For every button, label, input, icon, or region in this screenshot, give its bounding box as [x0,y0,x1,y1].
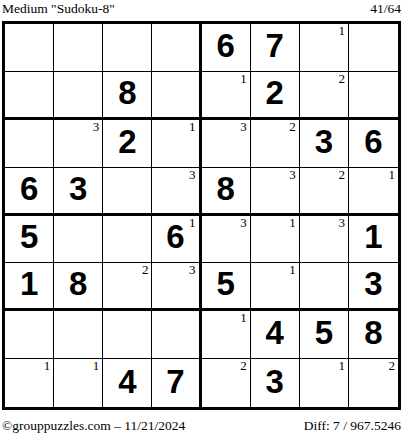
cell-r6c1[interactable]: 1 [5,263,54,311]
given-digit: 3 [364,267,382,300]
cell-r1c1[interactable] [5,24,54,72]
cell-r1c2[interactable] [54,24,103,72]
cell-r5c4[interactable]: 61 [152,216,201,264]
cell-r3c6[interactable]: 2 [251,120,300,168]
corner-mark: 3 [93,120,100,135]
given-digit: 5 [20,220,38,253]
cell-r1c6[interactable]: 7 [251,24,300,72]
page-header: Medium "Sudoku-8" 41/64 [2,1,401,17]
corner-mark: 1 [338,24,345,39]
cell-r1c3[interactable] [103,24,152,72]
corner-mark: 1 [189,216,196,231]
cell-r8c8[interactable]: 2 [349,359,398,407]
given-digit: 4 [266,316,284,349]
cell-r5c5[interactable]: 3 [202,216,251,264]
cell-r5c1[interactable]: 5 [5,216,54,264]
cell-r7c1[interactable] [5,311,54,359]
corner-mark: 3 [240,216,247,231]
cell-r2c8[interactable] [349,72,398,120]
cell-r7c2[interactable] [54,311,103,359]
page-footer: ©grouppuzzles.com – 11/21/2024 Diff: 7 /… [2,418,401,434]
corner-mark: 3 [289,168,296,183]
cell-r4c7[interactable]: 2 [300,168,349,216]
given-digit: 2 [118,125,136,158]
corner-mark: 1 [289,263,296,278]
cell-r2c7[interactable]: 2 [300,72,349,120]
cell-r3c3[interactable]: 2 [103,120,152,168]
cell-r7c6[interactable]: 4 [251,311,300,359]
cell-r5c7[interactable]: 3 [300,216,349,264]
cell-r2c3[interactable]: 8 [103,72,152,120]
cell-r1c5[interactable]: 6 [202,24,251,72]
cell-r4c6[interactable]: 3 [251,168,300,216]
cell-r2c6[interactable]: 2 [251,72,300,120]
cell-r3c8[interactable]: 6 [349,120,398,168]
cell-r8c6[interactable]: 3 [251,359,300,407]
given-digit: 7 [166,365,184,398]
sudoku-grid: 6718122321323663383215613131182351314581… [2,21,401,410]
cell-r6c6[interactable]: 1 [251,263,300,311]
cell-r2c1[interactable] [5,72,54,120]
cell-r3c1[interactable] [5,120,54,168]
given-digit: 5 [216,267,234,300]
given-digit: 6 [364,125,382,158]
cell-r7c4[interactable] [152,311,201,359]
cell-r5c8[interactable]: 1 [349,216,398,264]
cell-r4c4[interactable]: 3 [152,168,201,216]
given-digit: 3 [315,125,333,158]
cell-r4c8[interactable]: 1 [349,168,398,216]
cell-r7c3[interactable] [103,311,152,359]
cell-r6c8[interactable]: 3 [349,263,398,311]
cell-r6c4[interactable]: 3 [152,263,201,311]
corner-mark: 2 [289,120,296,135]
corner-mark: 2 [338,72,345,87]
cell-r3c2[interactable]: 3 [54,120,103,168]
given-digit: 6 [20,172,38,205]
given-digit: 3 [266,365,284,398]
cell-r8c5[interactable]: 2 [202,359,251,407]
given-digit: 8 [118,76,136,109]
corner-mark: 1 [189,120,196,135]
cell-r3c5[interactable]: 3 [202,120,251,168]
cell-r2c5[interactable]: 1 [202,72,251,120]
difficulty-text: Diff: 7 / 967.5246 [304,418,401,434]
corner-mark: 1 [240,72,247,87]
cell-r8c7[interactable]: 1 [300,359,349,407]
cell-r1c7[interactable]: 1 [300,24,349,72]
corner-mark: 2 [142,263,149,278]
cell-r5c6[interactable]: 1 [251,216,300,264]
corner-mark: 2 [389,359,396,374]
cell-r7c8[interactable]: 8 [349,311,398,359]
cell-r6c3[interactable]: 2 [103,263,152,311]
corner-mark: 1 [44,359,51,374]
cell-r7c5[interactable]: 1 [202,311,251,359]
corner-mark: 3 [189,168,196,183]
cell-r3c4[interactable]: 1 [152,120,201,168]
given-digit: 8 [216,172,234,205]
given-digit: 6 [166,220,184,253]
corner-mark: 3 [338,216,345,231]
corner-mark: 3 [240,120,247,135]
given-digit: 4 [118,365,136,398]
cell-r6c5[interactable]: 5 [202,263,251,311]
cell-r4c1[interactable]: 6 [5,168,54,216]
cell-r2c2[interactable] [54,72,103,120]
given-digit: 6 [216,29,234,62]
cell-r4c5[interactable]: 8 [202,168,251,216]
cell-r1c8[interactable] [349,24,398,72]
puzzle-counter: 41/64 [370,1,401,17]
cell-r4c2[interactable]: 3 [54,168,103,216]
cell-r7c7[interactable]: 5 [300,311,349,359]
given-digit: 5 [315,316,333,349]
cell-r8c4[interactable]: 7 [152,359,201,407]
cell-r6c7[interactable] [300,263,349,311]
given-digit: 2 [266,76,284,109]
given-digit: 7 [266,29,284,62]
corner-mark: 1 [240,311,247,326]
cell-r8c1[interactable]: 1 [5,359,54,407]
corner-mark: 3 [189,263,196,278]
corner-mark: 1 [93,359,100,374]
given-digit: 8 [364,316,382,349]
corner-mark: 2 [240,359,247,374]
cell-r8c3[interactable]: 4 [103,359,152,407]
cell-r8c2[interactable]: 1 [54,359,103,407]
given-digit: 8 [69,267,87,300]
given-digit: 3 [69,172,87,205]
cell-r5c3[interactable] [103,216,152,264]
copyright-text: ©grouppuzzles.com – 11/21/2024 [2,418,185,434]
corner-mark: 1 [289,216,296,231]
given-digit: 1 [20,267,38,300]
corner-mark: 1 [338,359,345,374]
cell-r2c4[interactable] [152,72,201,120]
cell-r5c2[interactable] [54,216,103,264]
corner-mark: 1 [389,168,396,183]
cell-r6c2[interactable]: 8 [54,263,103,311]
given-digit: 1 [364,220,382,253]
puzzle-title: Medium "Sudoku-8" [2,1,115,17]
cell-r1c4[interactable] [152,24,201,72]
cell-r3c7[interactable]: 3 [300,120,349,168]
corner-mark: 2 [338,168,345,183]
cell-r4c3[interactable] [103,168,152,216]
